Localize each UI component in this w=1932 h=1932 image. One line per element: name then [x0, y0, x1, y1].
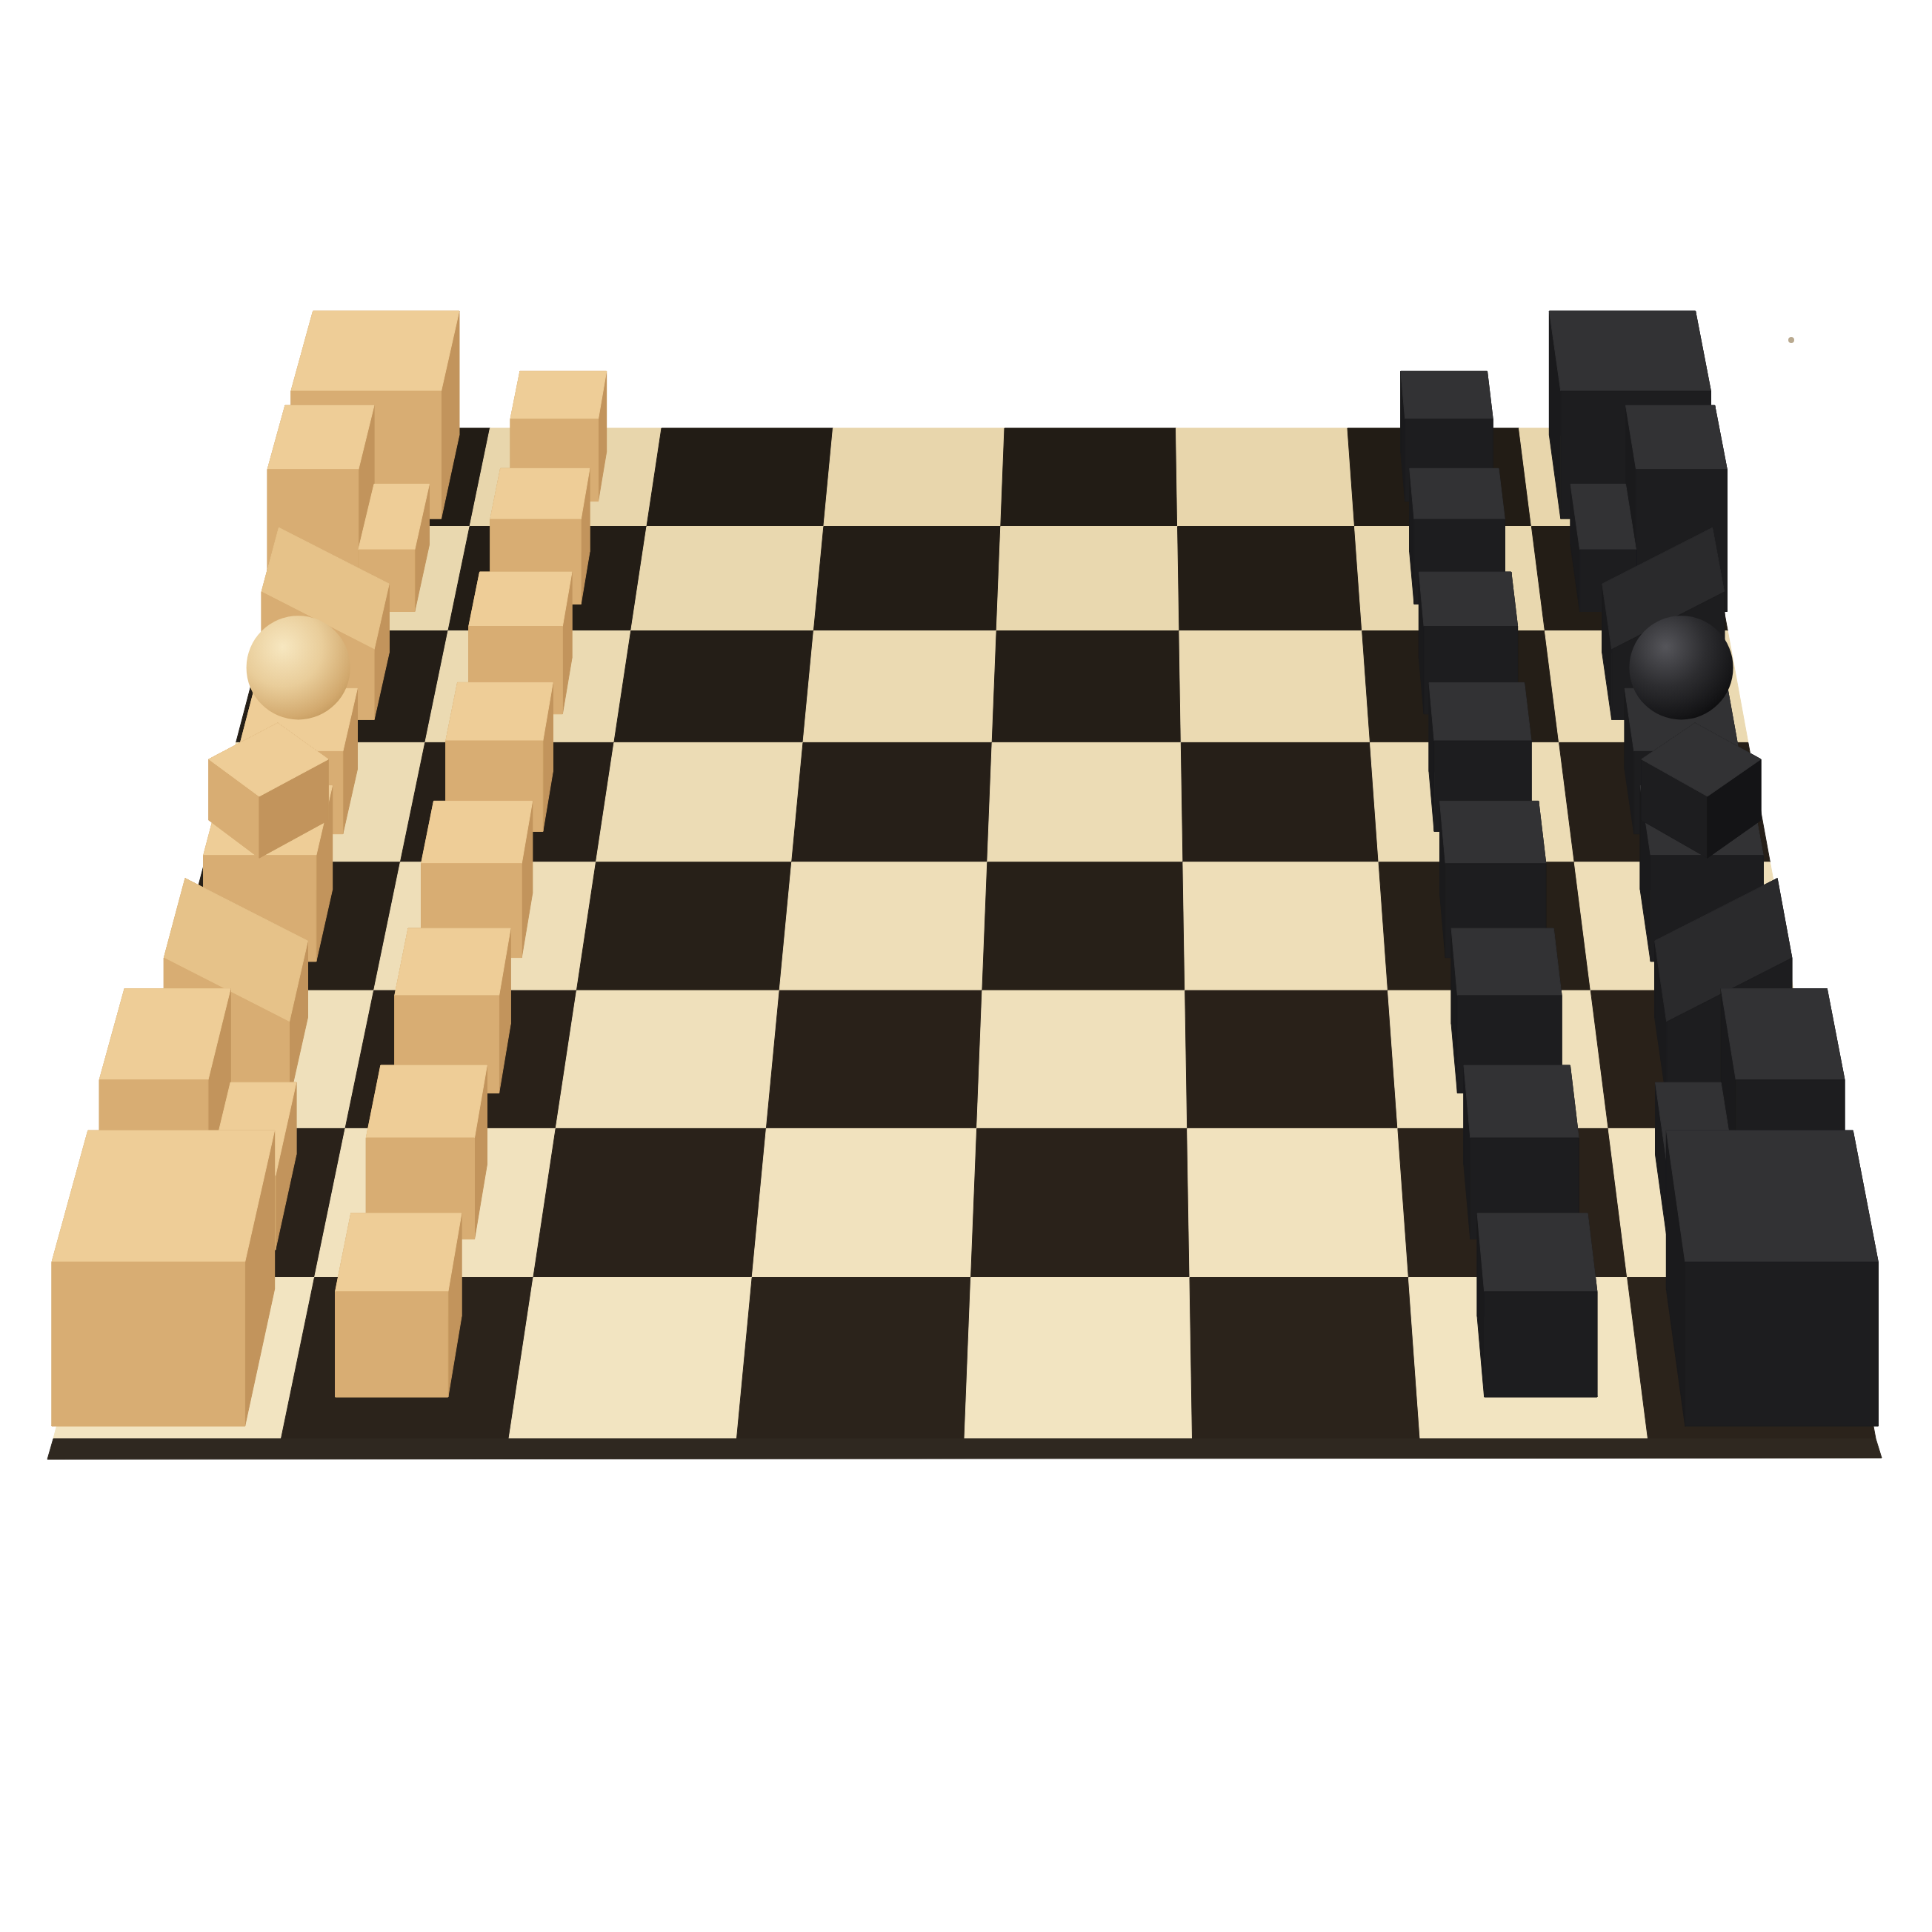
piece-face — [1485, 1292, 1597, 1397]
piece-face — [52, 1130, 275, 1262]
piece-face — [1685, 1262, 1879, 1427]
piece-face — [99, 989, 230, 1080]
piece-face — [1549, 311, 1711, 391]
square-d5 — [987, 742, 1183, 862]
black-rook-h8 — [1666, 1130, 1878, 1426]
square-d4 — [792, 742, 993, 862]
square-f5 — [977, 990, 1187, 1128]
piece-face — [1410, 468, 1505, 519]
piece-face — [267, 405, 374, 469]
square-h5 — [965, 1278, 1193, 1439]
piece-face — [446, 682, 553, 741]
piece-face — [490, 468, 590, 519]
square-b3 — [631, 527, 824, 631]
square-f3 — [556, 990, 779, 1128]
square-g6 — [1187, 1128, 1409, 1277]
square-a5 — [1001, 428, 1178, 527]
piece-face — [1721, 989, 1845, 1080]
piece-face — [1570, 484, 1636, 550]
square-a6 — [1176, 428, 1355, 527]
chess-scene — [0, 0, 1932, 1932]
square-d6 — [1181, 742, 1379, 862]
piece-face — [336, 1213, 462, 1292]
white-queen-ball — [247, 616, 350, 719]
piece-face — [1451, 928, 1562, 996]
board-near-edge — [47, 1439, 1882, 1459]
dust-speck — [1788, 337, 1794, 343]
square-b5 — [996, 527, 1179, 631]
piece-face — [1429, 682, 1531, 741]
white-rook-h1 — [52, 1130, 275, 1426]
white-pawn-h2 — [336, 1213, 462, 1397]
square-e6 — [1183, 862, 1388, 990]
square-e5 — [982, 862, 1185, 990]
square-g4 — [752, 1128, 976, 1277]
piece-face — [336, 1292, 448, 1397]
piece-face — [1477, 1213, 1597, 1292]
piece-face — [1626, 405, 1728, 469]
piece-face — [1666, 1130, 1878, 1262]
square-g5 — [971, 1128, 1190, 1277]
piece-face — [422, 801, 533, 863]
square-c5 — [992, 631, 1181, 743]
square-h3 — [509, 1278, 752, 1439]
photo-artifacts — [1788, 337, 1794, 343]
piece-face — [395, 928, 510, 996]
square-f6 — [1185, 990, 1398, 1128]
square-c3 — [614, 631, 814, 743]
piece-face — [1440, 801, 1546, 863]
piece-face — [366, 1065, 487, 1138]
square-g3 — [533, 1128, 767, 1277]
piece-face — [52, 1262, 245, 1427]
bauhaus-chess-product-photo — [0, 0, 1932, 1932]
square-e3 — [576, 862, 791, 990]
square-f4 — [766, 990, 982, 1128]
square-d3 — [596, 742, 804, 862]
square-a4 — [824, 428, 1005, 527]
square-c4 — [803, 631, 996, 743]
square-h6 — [1190, 1278, 1420, 1439]
square-h4 — [737, 1278, 971, 1439]
piece-face — [1419, 572, 1517, 626]
square-b4 — [813, 527, 1000, 631]
piece-face — [291, 311, 459, 391]
piece-face — [1464, 1065, 1579, 1138]
square-c6 — [1179, 631, 1370, 743]
piece-face — [1401, 371, 1493, 419]
square-b6 — [1178, 527, 1362, 631]
black-pawn-h7 — [1477, 1213, 1597, 1397]
piece-face — [469, 572, 572, 626]
piece-face — [510, 371, 607, 419]
square-a3 — [647, 428, 833, 527]
black-queen-ball — [1629, 616, 1733, 719]
square-e4 — [779, 862, 987, 990]
